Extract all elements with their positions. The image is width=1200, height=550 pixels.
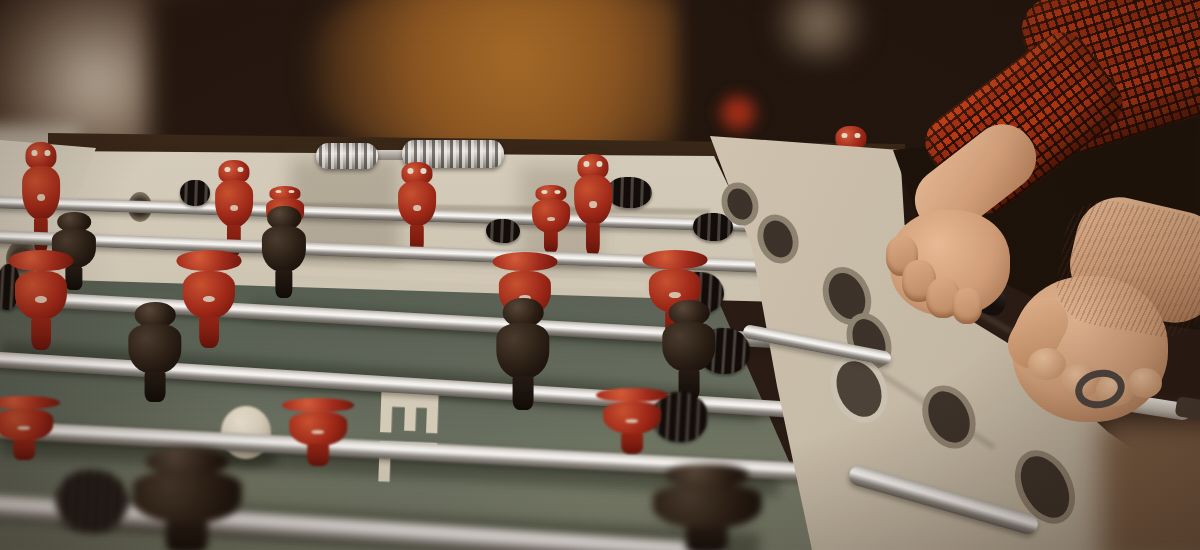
player-body bbox=[262, 226, 306, 272]
player-red bbox=[600, 388, 664, 454]
player-red bbox=[12, 250, 70, 350]
player-leg bbox=[544, 231, 558, 253]
player-head bbox=[643, 250, 708, 269]
player-head bbox=[282, 398, 354, 412]
player-eye bbox=[854, 133, 860, 138]
chest-dot bbox=[626, 419, 639, 423]
chest-dot bbox=[669, 292, 680, 298]
player-leg bbox=[621, 433, 643, 454]
player-leg bbox=[513, 376, 534, 410]
player-body bbox=[128, 324, 181, 374]
player-red bbox=[530, 185, 572, 253]
player-red bbox=[180, 250, 238, 348]
player-black bbox=[494, 298, 552, 410]
player-red bbox=[572, 154, 614, 256]
player-body bbox=[0, 409, 53, 440]
finger bbox=[952, 288, 982, 324]
knuckle bbox=[1128, 368, 1162, 398]
player-eye bbox=[225, 167, 231, 173]
player-eye bbox=[408, 168, 414, 173]
chest-dot bbox=[18, 426, 31, 430]
player-body bbox=[653, 484, 762, 529]
player-eye bbox=[596, 161, 602, 167]
player-black bbox=[128, 448, 246, 550]
player-head bbox=[0, 396, 60, 409]
foreground-blur bbox=[1100, 420, 1200, 550]
player-red bbox=[0, 396, 56, 460]
rod-handle-cap bbox=[1175, 396, 1200, 420]
player-leg bbox=[586, 223, 600, 256]
player-body bbox=[496, 323, 549, 379]
player-leg bbox=[166, 522, 208, 550]
player-eye bbox=[288, 190, 294, 193]
player-eye bbox=[237, 167, 243, 173]
player-leg bbox=[199, 317, 219, 348]
player-head bbox=[596, 388, 668, 402]
player-head bbox=[177, 250, 242, 271]
chest-dot bbox=[547, 217, 555, 221]
player-eye bbox=[554, 190, 560, 194]
player-red bbox=[286, 398, 350, 466]
player-head bbox=[493, 252, 558, 271]
player-black bbox=[660, 300, 718, 400]
chest-dot bbox=[589, 201, 597, 207]
player-red bbox=[396, 162, 438, 254]
player-eye bbox=[32, 150, 38, 156]
player-black bbox=[260, 206, 308, 298]
player-body bbox=[183, 271, 235, 319]
photo-foosball-table: EL bbox=[0, 0, 1200, 550]
player-leg bbox=[275, 270, 292, 298]
chest-dot bbox=[413, 205, 421, 211]
far-rod-handle bbox=[316, 143, 378, 169]
player-black bbox=[126, 302, 184, 402]
chest-dot bbox=[35, 296, 46, 302]
chest-dot bbox=[230, 205, 238, 211]
player-leg bbox=[686, 527, 728, 550]
player-eye bbox=[44, 150, 50, 156]
chest-dot bbox=[203, 296, 214, 302]
chest-dot bbox=[312, 430, 325, 434]
player-body bbox=[215, 180, 253, 227]
chest-dot bbox=[37, 194, 45, 201]
player-leg bbox=[307, 444, 329, 466]
player-body bbox=[532, 199, 570, 232]
player-eye bbox=[276, 190, 282, 193]
player-leg bbox=[13, 440, 35, 460]
player-eye bbox=[542, 190, 548, 194]
rod-bumper bbox=[180, 180, 211, 207]
player-black bbox=[648, 464, 766, 550]
player-body bbox=[289, 412, 347, 445]
background-red-light bbox=[714, 90, 762, 136]
player-body bbox=[398, 181, 436, 226]
player-eye bbox=[584, 161, 590, 167]
player-eye bbox=[420, 168, 426, 173]
player-eye bbox=[842, 133, 848, 138]
player-leg bbox=[145, 372, 166, 402]
player-body bbox=[133, 471, 242, 524]
player-body bbox=[662, 322, 715, 372]
rod-bumper bbox=[486, 218, 521, 243]
player-body bbox=[15, 271, 67, 320]
player-head bbox=[9, 250, 74, 271]
player-body bbox=[603, 402, 661, 434]
player-leg bbox=[31, 318, 51, 350]
player-body bbox=[574, 175, 612, 225]
